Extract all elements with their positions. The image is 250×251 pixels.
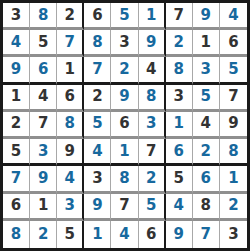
cell-r5c2[interactable]: 7 [30, 112, 57, 139]
cell-r1c9[interactable]: 4 [220, 3, 247, 30]
cell-r2c8[interactable]: 1 [193, 30, 220, 57]
cell-r8c3[interactable]: 3 [57, 194, 84, 221]
cell-r1c2[interactable]: 8 [30, 3, 57, 30]
cell-r1c7[interactable]: 7 [166, 3, 193, 30]
cell-r6c3[interactable]: 9 [57, 139, 84, 166]
cell-r2c4[interactable]: 8 [84, 30, 111, 57]
cell-r2c3[interactable]: 7 [57, 30, 84, 57]
cell-r4c7[interactable]: 3 [166, 85, 193, 112]
cell-r6c2[interactable]: 3 [30, 139, 57, 166]
cell-r8c2[interactable]: 1 [30, 194, 57, 221]
cell-r8c7[interactable]: 4 [166, 194, 193, 221]
cell-r7c8[interactable]: 6 [193, 166, 220, 193]
cell-r7c9[interactable]: 1 [220, 166, 247, 193]
cell-r3c2[interactable]: 6 [30, 57, 57, 84]
cell-r9c5[interactable]: 4 [111, 221, 138, 248]
cell-r3c4[interactable]: 7 [84, 57, 111, 84]
sudoku-board: 3826517944578392169617248351462983572785… [0, 0, 250, 251]
cell-r5c9[interactable]: 9 [220, 112, 247, 139]
cell-r1c6[interactable]: 1 [139, 3, 166, 30]
cell-r4c4[interactable]: 2 [84, 85, 111, 112]
cell-r4c8[interactable]: 5 [193, 85, 220, 112]
cell-r3c9[interactable]: 5 [220, 57, 247, 84]
cell-r4c2[interactable]: 4 [30, 85, 57, 112]
cell-r7c1[interactable]: 7 [3, 166, 30, 193]
cell-r2c7[interactable]: 2 [166, 30, 193, 57]
cell-r5c1[interactable]: 2 [3, 112, 30, 139]
cell-r6c1[interactable]: 5 [3, 139, 30, 166]
cell-r3c5[interactable]: 2 [111, 57, 138, 84]
cell-r6c5[interactable]: 1 [111, 139, 138, 166]
cell-r4c1[interactable]: 1 [3, 85, 30, 112]
cell-r3c7[interactable]: 8 [166, 57, 193, 84]
cell-r9c3[interactable]: 5 [57, 221, 84, 248]
cell-r4c9[interactable]: 7 [220, 85, 247, 112]
cell-r1c5[interactable]: 5 [111, 3, 138, 30]
cell-r8c1[interactable]: 6 [3, 194, 30, 221]
cell-r5c7[interactable]: 1 [166, 112, 193, 139]
cell-r7c7[interactable]: 5 [166, 166, 193, 193]
cell-r6c7[interactable]: 6 [166, 139, 193, 166]
cell-r3c8[interactable]: 3 [193, 57, 220, 84]
cell-r9c7[interactable]: 9 [166, 221, 193, 248]
cell-r6c8[interactable]: 2 [193, 139, 220, 166]
cell-r9c6[interactable]: 6 [139, 221, 166, 248]
cell-r7c2[interactable]: 9 [30, 166, 57, 193]
cell-r9c4[interactable]: 1 [84, 221, 111, 248]
cell-r7c6[interactable]: 2 [139, 166, 166, 193]
cell-r5c3[interactable]: 8 [57, 112, 84, 139]
cell-r1c1[interactable]: 3 [3, 3, 30, 30]
cell-r5c4[interactable]: 5 [84, 112, 111, 139]
cell-r7c3[interactable]: 4 [57, 166, 84, 193]
cell-r8c5[interactable]: 7 [111, 194, 138, 221]
cell-r9c2[interactable]: 2 [30, 221, 57, 248]
cell-r2c6[interactable]: 9 [139, 30, 166, 57]
cell-r4c5[interactable]: 9 [111, 85, 138, 112]
cell-r1c3[interactable]: 2 [57, 3, 84, 30]
cell-r5c6[interactable]: 3 [139, 112, 166, 139]
cell-r2c1[interactable]: 4 [3, 30, 30, 57]
cell-r5c8[interactable]: 4 [193, 112, 220, 139]
cell-r9c8[interactable]: 7 [193, 221, 220, 248]
cell-r1c8[interactable]: 9 [193, 3, 220, 30]
cell-r8c4[interactable]: 9 [84, 194, 111, 221]
cell-r8c6[interactable]: 5 [139, 194, 166, 221]
cell-r2c9[interactable]: 6 [220, 30, 247, 57]
cell-r4c6[interactable]: 8 [139, 85, 166, 112]
cell-r4c3[interactable]: 6 [57, 85, 84, 112]
cell-r9c1[interactable]: 8 [3, 221, 30, 248]
cell-r9c9[interactable]: 3 [220, 221, 247, 248]
cell-r8c9[interactable]: 2 [220, 194, 247, 221]
cell-r3c1[interactable]: 9 [3, 57, 30, 84]
cell-r2c2[interactable]: 5 [30, 30, 57, 57]
cell-r7c5[interactable]: 8 [111, 166, 138, 193]
cell-r5c5[interactable]: 6 [111, 112, 138, 139]
cell-r8c8[interactable]: 8 [193, 194, 220, 221]
cell-r3c3[interactable]: 1 [57, 57, 84, 84]
cell-r3c6[interactable]: 4 [139, 57, 166, 84]
cell-r2c5[interactable]: 3 [111, 30, 138, 57]
cell-r6c4[interactable]: 4 [84, 139, 111, 166]
cell-r1c4[interactable]: 6 [84, 3, 111, 30]
cell-r6c6[interactable]: 7 [139, 139, 166, 166]
cell-r7c4[interactable]: 3 [84, 166, 111, 193]
cell-r6c9[interactable]: 8 [220, 139, 247, 166]
